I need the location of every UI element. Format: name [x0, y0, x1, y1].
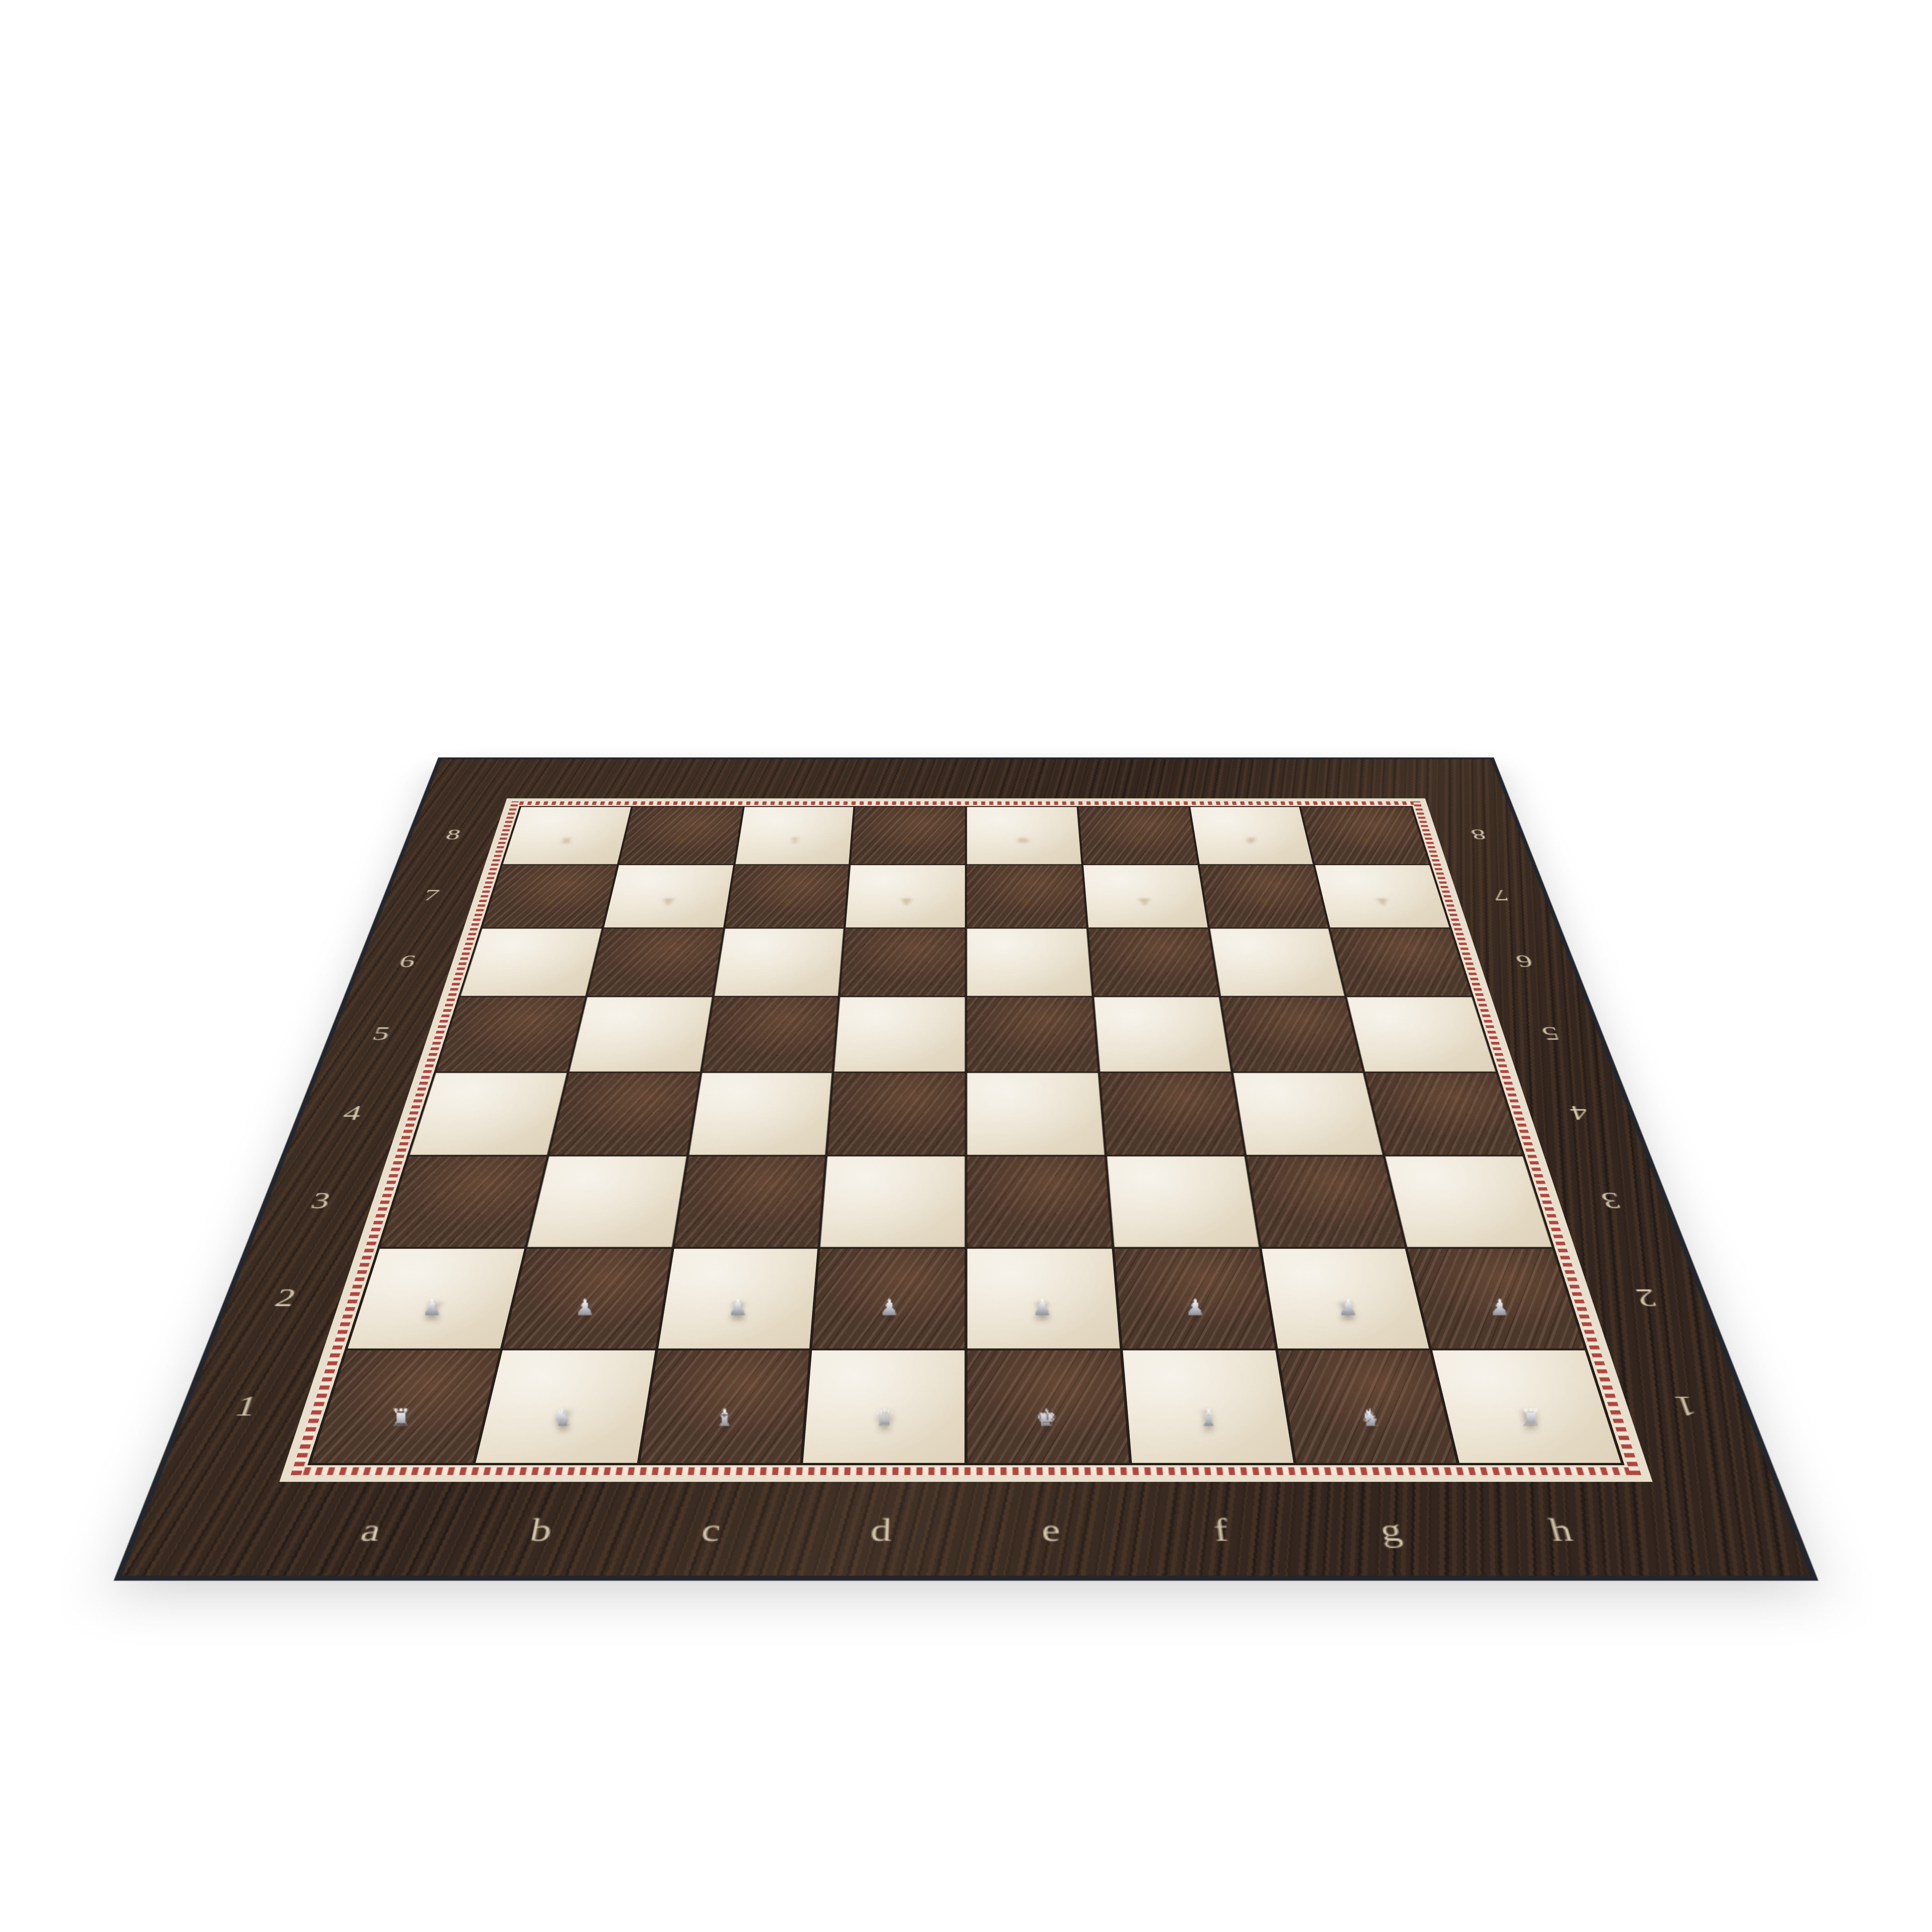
pawn-glyph: ♟ [1337, 1298, 1357, 1320]
pawn-glyph: ♟ [1018, 892, 1034, 909]
piece-silver-knight: ♞ [483, 1407, 641, 1430]
piece-gold-pawn: ♟ [608, 892, 726, 909]
pawn-glyph: ♟ [539, 892, 555, 909]
square-c5 [702, 997, 838, 1071]
rank-label-right-1: 1 [1649, 1386, 1723, 1427]
square-h7: ♟♟ [1315, 865, 1449, 927]
square-f6 [1088, 929, 1218, 996]
square-f8: ♝♝ [1078, 807, 1197, 864]
square-g3 [1246, 1156, 1405, 1247]
square-a3 [381, 1156, 546, 1247]
square-c2: ♟♟ [658, 1248, 818, 1349]
pawn-glyph: ♟ [1138, 892, 1153, 909]
piece-gold-king: ♚ [967, 831, 1080, 847]
piece-gold-pawn: ♟ [728, 892, 845, 909]
square-e8: ♚♚ [967, 807, 1081, 864]
square-a5 [437, 997, 585, 1071]
pawn-glyph: ♟ [1377, 892, 1393, 909]
square-f4 [1100, 1073, 1243, 1155]
queen-glyph: ♛ [875, 1407, 896, 1430]
pawn-glyph: ♟ [1257, 892, 1273, 909]
square-a1: ♜♜ [311, 1350, 499, 1463]
square-a8: ♜♜ [503, 807, 631, 864]
pawn-glyph: ♟ [422, 1298, 442, 1320]
square-h3 [1386, 1156, 1551, 1247]
rope-border-bottom [291, 1467, 1641, 1475]
square-f1: ♝♝ [1122, 1350, 1293, 1463]
square-g6 [1209, 929, 1345, 996]
square-g4 [1233, 1073, 1383, 1155]
rook-glyph: ♜ [1520, 1407, 1542, 1430]
square-c6 [714, 929, 844, 996]
square-d6 [840, 929, 965, 996]
square-b3 [527, 1156, 685, 1247]
piece-gold-pawn: ♟ [967, 892, 1085, 909]
king-glyph: ♚ [1016, 831, 1031, 847]
queen-glyph: ♛ [901, 831, 916, 847]
square-g2: ♟♟ [1261, 1248, 1430, 1349]
piece-gold-pawn: ♟ [847, 892, 965, 909]
piece-gold-rook: ♜ [508, 831, 621, 847]
rank-label-right-5: 5 [1522, 1020, 1580, 1047]
file-label-h: h [1524, 1507, 1599, 1554]
scene: ♜♜♞♞♝♝♛♛♚♚♝♝♞♞♜♜♟♟♟♟♟♟♟♟♟♟♟♟♟♟♟♟♟♟♟♟♟♟♟♟… [319, 425, 1613, 1719]
square-h5 [1347, 997, 1495, 1071]
piece-silver-bishop: ♝ [645, 1407, 803, 1430]
square-b6 [587, 929, 723, 996]
square-b8: ♞♞ [619, 807, 742, 864]
file-label-g: g [1355, 1507, 1427, 1554]
piece-silver-pawn: ♟ [662, 1298, 812, 1320]
rook-glyph: ♜ [390, 1407, 412, 1430]
square-d3 [821, 1156, 965, 1247]
piece-silver-bishop: ♝ [1129, 1407, 1287, 1430]
king-glyph: ♚ [1036, 1407, 1058, 1430]
square-g5 [1221, 997, 1363, 1071]
file-label-d: d [849, 1507, 913, 1554]
square-a6 [461, 929, 601, 996]
square-e4 [967, 1073, 1104, 1155]
knight-glyph: ♞ [552, 1407, 573, 1430]
piece-silver-pawn: ♟ [1425, 1298, 1575, 1320]
square-d8: ♛♛ [851, 807, 965, 864]
knight-glyph: ♞ [1359, 1407, 1380, 1430]
rank-label-right-7: 7 [1475, 884, 1526, 907]
square-a2: ♟♟ [348, 1248, 524, 1349]
rank-label-left-6: 6 [380, 949, 434, 974]
rank-label-right-2: 2 [1612, 1279, 1681, 1316]
square-g8: ♞♞ [1190, 807, 1313, 864]
rank-label-right-3: 3 [1579, 1184, 1643, 1218]
piece-silver-rook: ♜ [1452, 1407, 1611, 1430]
square-h4 [1366, 1073, 1522, 1155]
pawn-glyph: ♟ [575, 1298, 595, 1320]
chess-board: ♜♜♞♞♝♝♛♛♚♚♝♝♞♞♜♜♟♟♟♟♟♟♟♟♟♟♟♟♟♟♟♟♟♟♟♟♟♟♟♟… [122, 759, 1810, 1576]
piece-gold-pawn: ♟ [1206, 892, 1324, 909]
square-f2: ♟♟ [1114, 1248, 1275, 1349]
pawn-glyph: ♟ [880, 1298, 900, 1320]
square-d4 [828, 1073, 965, 1155]
rank-label-left-7: 7 [405, 884, 457, 907]
bishop-glyph: ♝ [786, 831, 801, 847]
square-e2: ♟♟ [967, 1248, 1119, 1349]
rope-border-top [511, 801, 1421, 805]
square-d2: ♟♟ [813, 1248, 965, 1349]
rank-label-left-3: 3 [289, 1184, 353, 1218]
square-h1: ♜♜ [1433, 1350, 1621, 1463]
square-b5 [569, 997, 711, 1071]
rank-label-left-5: 5 [352, 1020, 410, 1047]
bishop-glyph: ♝ [713, 1407, 735, 1430]
square-a7: ♟♟ [483, 865, 616, 927]
file-label-b: b [505, 1507, 577, 1554]
pawn-glyph: ♟ [1185, 1298, 1205, 1320]
square-f7: ♟♟ [1083, 865, 1207, 927]
square-g1: ♞♞ [1277, 1350, 1457, 1463]
bishop-glyph: ♝ [1198, 1407, 1219, 1430]
piece-silver-queen: ♛ [806, 1407, 964, 1430]
square-h2: ♟♟ [1408, 1248, 1584, 1349]
square-e1: ♚♚ [968, 1350, 1129, 1463]
square-a4 [410, 1073, 566, 1155]
piece-gold-bishop: ♝ [738, 831, 850, 847]
piece-silver-knight: ♞ [1291, 1407, 1449, 1430]
square-b4 [549, 1073, 699, 1155]
file-label-a: a [333, 1507, 408, 1554]
rook-glyph: ♜ [557, 831, 572, 847]
pawn-glyph: ♟ [1490, 1298, 1510, 1320]
pawn-glyph: ♟ [659, 892, 675, 909]
piece-gold-knight: ♞ [1196, 831, 1309, 847]
rank-label-right-4: 4 [1549, 1098, 1610, 1128]
piece-silver-pawn: ♟ [968, 1298, 1117, 1320]
square-b7: ♟♟ [604, 865, 733, 927]
piece-gold-rook: ♜ [1311, 831, 1423, 847]
pawn-glyph: ♟ [779, 892, 794, 909]
piece-silver-pawn: ♟ [1272, 1298, 1422, 1320]
piece-silver-rook: ♜ [321, 1407, 480, 1430]
piece-gold-pawn: ♟ [488, 892, 606, 909]
pawn-glyph: ♟ [1032, 1298, 1053, 1320]
bishop-glyph: ♝ [1131, 831, 1146, 847]
square-c8: ♝♝ [735, 807, 854, 864]
board-front-edge [125, 1551, 1807, 1577]
square-e6 [967, 929, 1092, 996]
rank-label-left-1: 1 [209, 1386, 283, 1427]
square-f3 [1107, 1156, 1258, 1247]
square-c7: ♟♟ [725, 865, 849, 927]
piece-silver-pawn: ♟ [815, 1298, 965, 1320]
square-d1: ♛♛ [803, 1350, 964, 1463]
file-label-f: f [1187, 1507, 1255, 1554]
rook-glyph: ♜ [1360, 831, 1375, 847]
square-d5 [835, 997, 965, 1071]
piece-gold-bishop: ♝ [1082, 831, 1194, 847]
piece-gold-pawn: ♟ [1087, 892, 1204, 909]
file-label-e: e [1019, 1507, 1083, 1554]
piece-silver-king: ♚ [968, 1407, 1126, 1430]
pawn-glyph: ♟ [727, 1298, 747, 1320]
rank-label-left-4: 4 [322, 1098, 383, 1128]
rank-label-left-2: 2 [251, 1279, 320, 1316]
knight-glyph: ♞ [1245, 831, 1260, 847]
square-c4 [689, 1073, 832, 1155]
rank-label-right-8: 8 [1454, 824, 1503, 845]
piece-silver-pawn: ♟ [1120, 1298, 1270, 1320]
square-g7: ♟♟ [1199, 865, 1328, 927]
piece-gold-knight: ♞ [623, 831, 735, 847]
pawn-glyph: ♟ [898, 892, 914, 909]
square-c1: ♝♝ [639, 1350, 810, 1463]
piece-gold-queen: ♛ [852, 831, 965, 847]
chess-board-grid: ♜♜♞♞♝♝♛♛♚♚♝♝♞♞♜♜♟♟♟♟♟♟♟♟♟♟♟♟♟♟♟♟♟♟♟♟♟♟♟♟… [308, 806, 1625, 1465]
file-label-c: c [677, 1507, 745, 1554]
square-e3 [967, 1156, 1111, 1247]
page: { "game": "chess", "scene": "Greek mytho… [0, 0, 1932, 1932]
perspective-wrapper: ♜♜♞♞♝♝♛♛♚♚♝♝♞♞♜♜♟♟♟♟♟♟♟♟♟♟♟♟♟♟♟♟♟♟♟♟♟♟♟♟… [319, 425, 1613, 1719]
square-e7: ♟♟ [967, 865, 1086, 927]
square-c3 [674, 1156, 825, 1247]
knight-glyph: ♞ [672, 831, 687, 847]
square-b2: ♟♟ [503, 1248, 671, 1349]
rank-label-left-8: 8 [429, 824, 478, 845]
square-h8: ♜♜ [1301, 807, 1429, 864]
square-h6 [1331, 929, 1471, 996]
piece-gold-pawn: ♟ [1326, 892, 1444, 909]
square-b1: ♞♞ [475, 1350, 655, 1463]
piece-silver-pawn: ♟ [510, 1298, 660, 1320]
playing-field: ♜♜♞♞♝♝♛♛♚♚♝♝♞♞♜♜♟♟♟♟♟♟♟♟♟♟♟♟♟♟♟♟♟♟♟♟♟♟♟♟… [279, 798, 1653, 1482]
square-d7: ♟♟ [846, 865, 965, 927]
piece-silver-pawn: ♟ [357, 1298, 507, 1320]
square-e5 [967, 997, 1097, 1071]
rank-label-right-6: 6 [1498, 949, 1552, 974]
square-f5 [1094, 997, 1230, 1071]
